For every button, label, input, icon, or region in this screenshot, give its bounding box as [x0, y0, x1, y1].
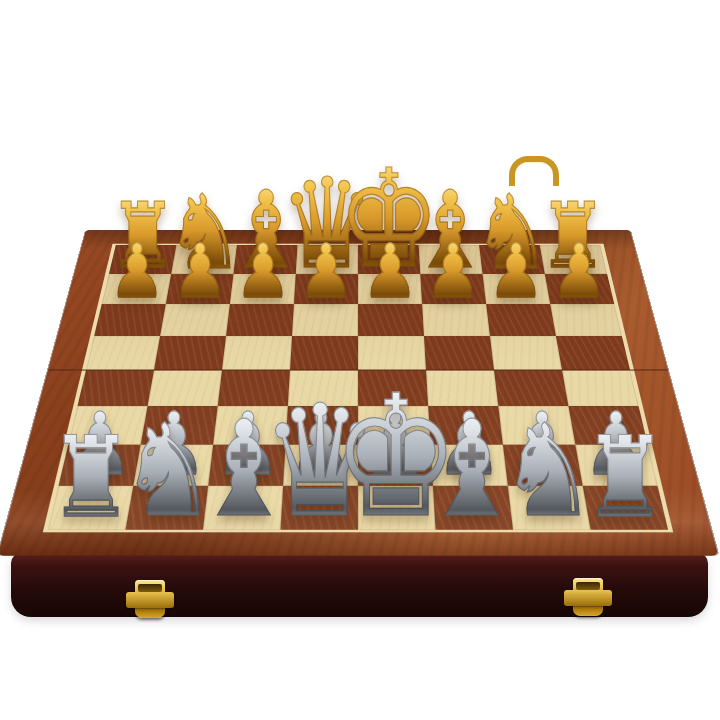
square-g5[interactable]	[490, 336, 562, 370]
square-c5[interactable]	[222, 336, 292, 370]
product-photo-scene: ♜♞♝♛♚♝♞♜♟♟♟♟♟♟♟♟♟♟♟♟♟♟♟♟♜♞♝♛♚♝♞♜	[0, 0, 720, 720]
chess-box-front-side	[11, 553, 708, 617]
piece-gold-black-pawn-b7[interactable]: ♟	[172, 235, 229, 309]
piece-gold-black-pawn-d7[interactable]: ♟	[298, 235, 355, 309]
right-latch	[573, 578, 603, 616]
piece-gold-black-pawn-e7[interactable]: ♟	[361, 235, 418, 309]
left-latch	[135, 580, 165, 618]
piece-gold-black-pawn-g7[interactable]: ♟	[488, 235, 545, 309]
piece-gold-black-pawn-c7[interactable]: ♟	[235, 235, 292, 309]
piece-gold-black-pawn-a7[interactable]: ♟	[109, 235, 166, 309]
square-h5[interactable]	[556, 336, 630, 370]
square-b5[interactable]	[154, 336, 226, 370]
piece-gold-black-pawn-f7[interactable]: ♟	[424, 235, 481, 309]
piece-gold-black-pawn-h7[interactable]: ♟	[551, 235, 608, 309]
piece-silver-white-rook-h1[interactable]: ♜	[582, 421, 667, 533]
square-a5[interactable]	[86, 336, 160, 370]
